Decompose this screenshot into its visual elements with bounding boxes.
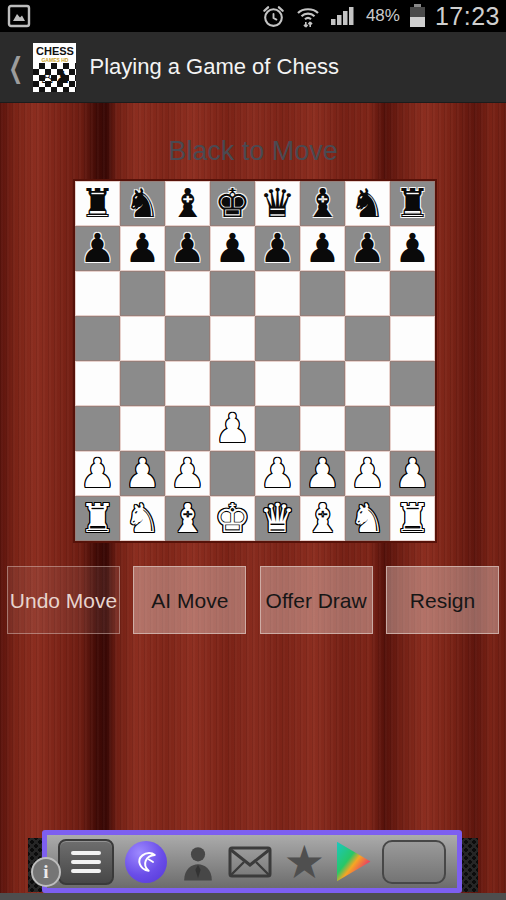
board-square-r6c6[interactable]: ♟ [345,451,390,496]
board-square-r2c6[interactable] [345,271,390,316]
email-icon[interactable] [228,845,272,879]
board-square-r5c3[interactable]: ♟ [210,406,255,451]
back-button[interactable]: ❮ [8,51,23,84]
play-store-icon[interactable] [337,842,371,882]
board-square-r7c4[interactable]: ♛ [255,496,300,541]
bottom-edge-strip [0,893,506,900]
board-square-r7c2[interactable]: ♝ [165,496,210,541]
board-square-r6c1[interactable]: ♟ [120,451,165,496]
board-square-r2c3[interactable] [210,271,255,316]
chess-piece-p: ♟ [305,226,341,271]
status-bar: 48% 17:23 [0,0,506,32]
chess-piece-p: ♟ [260,226,296,271]
board-square-r0c2[interactable]: ♝ [165,181,210,226]
chess-piece-n: ♞ [350,181,386,226]
board-square-r2c4[interactable] [255,271,300,316]
board-square-r7c0[interactable]: ♜ [75,496,120,541]
menu-button[interactable] [58,839,114,885]
app-logo-icon: CHESS GAMES HD ♙♟ [33,43,76,92]
alarm-icon [261,4,286,29]
board-square-r0c5[interactable]: ♝ [300,181,345,226]
clock-time: 17:23 [435,2,500,31]
board-square-r3c2[interactable] [165,316,210,361]
board-square-r4c7[interactable] [390,361,435,406]
board-square-r3c3[interactable] [210,316,255,361]
board-square-r0c0[interactable]: ♜ [75,181,120,226]
board-square-r5c0[interactable] [75,406,120,451]
info-icon[interactable]: i [31,857,61,887]
chess-piece-Q: ♛ [260,496,296,541]
chess-piece-p: ♟ [125,226,161,271]
board-square-r1c2[interactable]: ♟ [165,226,210,271]
chess-piece-p: ♟ [170,226,206,271]
ai-move-button[interactable]: AI Move [133,566,246,634]
chess-board[interactable]: ♜♞♝♚♛♝♞♜♟♟♟♟♟♟♟♟♟♟♟♟♟♟♟♟♜♞♝♚♛♝♞♜ [73,179,437,543]
chess-piece-R: ♜ [395,496,431,541]
chess-piece-P: ♟ [170,451,206,496]
undo-move-button[interactable]: Undo Move [7,566,120,634]
chess-piece-p: ♟ [350,226,386,271]
board-square-r1c5[interactable]: ♟ [300,226,345,271]
chess-piece-P: ♟ [350,451,386,496]
board-square-r6c7[interactable]: ♟ [390,451,435,496]
turn-indicator: Black to Move [0,136,506,167]
board-square-r4c5[interactable] [300,361,345,406]
browser-icon[interactable] [125,841,167,883]
board-square-r6c2[interactable]: ♟ [165,451,210,496]
board-square-r4c1[interactable] [120,361,165,406]
board-square-r5c5[interactable] [300,406,345,451]
chess-piece-P: ♟ [80,451,116,496]
chess-piece-K: ♚ [215,496,251,541]
chess-piece-R: ♜ [80,496,116,541]
resign-button[interactable]: Resign [386,566,499,634]
board-square-r3c0[interactable] [75,316,120,361]
chess-piece-r: ♜ [395,181,431,226]
board-square-r4c4[interactable] [255,361,300,406]
chess-piece-p: ♟ [395,226,431,271]
offer-draw-button[interactable]: Offer Draw [260,566,373,634]
chess-piece-N: ♞ [350,496,386,541]
battery-icon [409,4,426,28]
status-bar-right: 48% 17:23 [261,2,500,31]
board-square-r5c6[interactable] [345,406,390,451]
chess-piece-P: ♟ [260,451,296,496]
game-controls: Undo Move AI Move Offer Draw Resign [7,566,499,634]
board-square-r7c7[interactable]: ♜ [390,496,435,541]
board-square-r0c6[interactable]: ♞ [345,181,390,226]
board-square-r2c5[interactable] [300,271,345,316]
chess-piece-p: ♟ [215,226,251,271]
board-square-r1c1[interactable]: ♟ [120,226,165,271]
chess-piece-r: ♜ [80,181,116,226]
chess-piece-B: ♝ [170,496,206,541]
chess-piece-B: ♝ [305,496,341,541]
board-square-r2c1[interactable] [120,271,165,316]
board-square-r3c6[interactable] [345,316,390,361]
chess-piece-N: ♞ [125,496,161,541]
wifi-icon [295,3,321,29]
board-square-r6c3[interactable] [210,451,255,496]
favorites-star-icon[interactable]: ★ [284,840,325,884]
chess-piece-P: ♟ [125,451,161,496]
board-square-r1c4[interactable]: ♟ [255,226,300,271]
chess-piece-b: ♝ [170,181,206,226]
board-square-r3c4[interactable] [255,316,300,361]
phone-screen: 48% 17:23 ❮ CHESS GAMES HD ♙♟ Playing a … [0,0,506,900]
board-square-r5c4[interactable] [255,406,300,451]
chess-piece-b: ♝ [305,181,341,226]
board-square-r4c0[interactable] [75,361,120,406]
board-square-r3c7[interactable] [390,316,435,361]
board-square-r6c0[interactable]: ♟ [75,451,120,496]
board-square-r7c6[interactable]: ♞ [345,496,390,541]
board-square-r4c2[interactable] [165,361,210,406]
board-square-r1c6[interactable]: ♟ [345,226,390,271]
board-square-r6c5[interactable]: ♟ [300,451,345,496]
board-square-r3c5[interactable] [300,316,345,361]
chess-piece-k: ♚ [215,181,251,226]
app-logo-pieces: ♙♟ [33,63,76,92]
board-square-r3c1[interactable] [120,316,165,361]
board-square-r0c7[interactable]: ♜ [390,181,435,226]
board-square-r5c2[interactable] [165,406,210,451]
board-square-r7c3[interactable]: ♚ [210,496,255,541]
battery-percent: 48% [366,6,400,26]
chess-piece-P: ♟ [395,451,431,496]
title-bar: ❮ CHESS GAMES HD ♙♟ Playing a Game of Ch… [0,32,506,103]
board-square-r4c3[interactable] [210,361,255,406]
board-square-r2c2[interactable] [165,271,210,316]
board-square-r4c6[interactable] [345,361,390,406]
board-square-r5c1[interactable] [120,406,165,451]
browser-swoosh-icon [131,847,161,877]
board-square-r2c0[interactable] [75,271,120,316]
dock-texture-right [462,838,478,892]
contacts-icon[interactable] [179,842,217,882]
signal-icon [330,4,357,28]
board-square-r7c5[interactable]: ♝ [300,496,345,541]
chess-piece-n: ♞ [125,181,161,226]
chess-piece-q: ♛ [260,181,296,226]
board-square-r5c7[interactable] [390,406,435,451]
chess-piece-P: ♟ [215,406,251,451]
app-logo-text: CHESS [36,45,74,57]
board-square-r1c0[interactable]: ♟ [75,226,120,271]
board-square-r0c4[interactable]: ♛ [255,181,300,226]
screenshot-icon [6,3,32,29]
page-title: Playing a Game of Chess [89,54,338,80]
board-square-r0c1[interactable]: ♞ [120,181,165,226]
board-square-r6c4[interactable]: ♟ [255,451,300,496]
board-square-r7c1[interactable]: ♞ [120,496,165,541]
chess-piece-P: ♟ [305,451,341,496]
board-square-r1c3[interactable]: ♟ [210,226,255,271]
board-square-r0c3[interactable]: ♚ [210,181,255,226]
board-square-r2c7[interactable] [390,271,435,316]
chess-piece-p: ♟ [80,226,116,271]
board-square-r1c7[interactable]: ♟ [390,226,435,271]
app-dock: ★ [42,830,462,893]
blank-dock-slot[interactable] [382,840,446,884]
